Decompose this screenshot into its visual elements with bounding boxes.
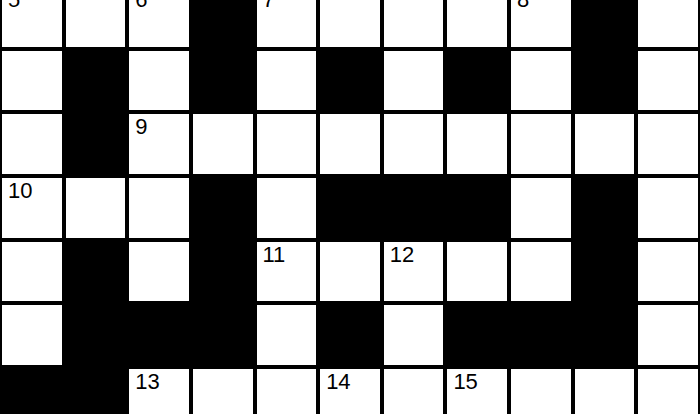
clue-number: 15: [453, 370, 477, 393]
cell-r2c10: [575, 51, 635, 111]
cell-r3c1[interactable]: [2, 114, 62, 174]
cell-r6c9: [511, 305, 571, 365]
cell-r3c7[interactable]: [384, 114, 444, 174]
cell-r4c1[interactable]: 10: [2, 178, 62, 238]
cell-r3c9[interactable]: [511, 114, 571, 174]
cell-r3c2: [66, 114, 126, 174]
cell-r4c10: [575, 178, 635, 238]
cell-r5c3[interactable]: [129, 242, 189, 302]
cell-r7c10[interactable]: [575, 369, 635, 414]
cell-r4c11[interactable]: [638, 178, 698, 238]
cell-r3c5[interactable]: [257, 114, 317, 174]
cell-r7c11[interactable]: [638, 369, 698, 414]
cell-r6c4: [193, 305, 253, 365]
cell-r3c11[interactable]: [638, 114, 698, 174]
cell-r1c5[interactable]: 7: [257, 0, 317, 47]
cell-r2c9[interactable]: [511, 51, 571, 111]
cell-r1c6[interactable]: [320, 0, 380, 47]
cell-r3c6[interactable]: [320, 114, 380, 174]
cell-r1c9[interactable]: 8: [511, 0, 571, 47]
cell-r4c3[interactable]: [129, 178, 189, 238]
clue-number: 10: [8, 179, 32, 202]
cell-r2c8: [447, 51, 507, 111]
cell-r3c4[interactable]: [193, 114, 253, 174]
clue-number: 8: [517, 0, 529, 11]
cell-r5c6[interactable]: [320, 242, 380, 302]
cell-r5c4: [193, 242, 253, 302]
cell-r5c5[interactable]: 11: [257, 242, 317, 302]
cell-r1c8[interactable]: [447, 0, 507, 47]
cell-r5c8[interactable]: [447, 242, 507, 302]
cell-r4c5[interactable]: [257, 178, 317, 238]
cell-r1c11[interactable]: [638, 0, 698, 47]
clue-number: 11: [263, 243, 286, 266]
cell-r6c10: [575, 305, 635, 365]
cell-r2c5[interactable]: [257, 51, 317, 111]
cell-r5c7[interactable]: 12: [384, 242, 444, 302]
clue-number: 9: [135, 115, 147, 138]
cell-r7c8[interactable]: 15: [447, 369, 507, 414]
cell-r6c8: [447, 305, 507, 365]
clue-number: 14: [326, 370, 350, 393]
cell-r2c2: [66, 51, 126, 111]
cell-r5c9[interactable]: [511, 242, 571, 302]
cell-r1c3[interactable]: 6: [129, 0, 189, 47]
cell-r6c1[interactable]: [2, 305, 62, 365]
cell-r2c1[interactable]: [2, 51, 62, 111]
cell-r6c7[interactable]: [384, 305, 444, 365]
cell-r2c4: [193, 51, 253, 111]
cell-r7c3[interactable]: 13: [129, 369, 189, 414]
cell-r1c10: [575, 0, 635, 47]
cell-r1c4: [193, 0, 253, 47]
cell-r2c7[interactable]: [384, 51, 444, 111]
clue-number: 6: [135, 0, 147, 11]
cell-r4c4: [193, 178, 253, 238]
cell-r5c1[interactable]: [2, 242, 62, 302]
cell-r2c3[interactable]: [129, 51, 189, 111]
cell-r7c5[interactable]: [257, 369, 317, 414]
cell-r5c10: [575, 242, 635, 302]
cell-r1c1[interactable]: 5: [2, 0, 62, 47]
cell-r4c8: [447, 178, 507, 238]
cell-r5c11[interactable]: [638, 242, 698, 302]
crossword-grid: 56789101112131415: [0, 0, 700, 414]
cell-r4c2[interactable]: [66, 178, 126, 238]
cell-r6c5[interactable]: [257, 305, 317, 365]
cell-r7c2: [66, 369, 126, 414]
clue-number: 7: [263, 0, 275, 11]
cell-r5c2: [66, 242, 126, 302]
cell-r7c1: [2, 369, 62, 414]
cell-r7c4[interactable]: [193, 369, 253, 414]
cell-r7c9[interactable]: [511, 369, 571, 414]
cell-r6c11[interactable]: [638, 305, 698, 365]
clue-number: 5: [8, 0, 20, 11]
cell-r1c2[interactable]: [66, 0, 126, 47]
clue-number: 12: [390, 243, 414, 266]
cell-r1c7[interactable]: [384, 0, 444, 47]
cell-r4c9[interactable]: [511, 178, 571, 238]
cell-r7c6[interactable]: 14: [320, 369, 380, 414]
cell-r4c7: [384, 178, 444, 238]
crossword-screenshot: 56789101112131415: [0, 0, 700, 414]
clue-number: 13: [135, 370, 159, 393]
cell-r3c3[interactable]: 9: [129, 114, 189, 174]
cell-r2c11[interactable]: [638, 51, 698, 111]
cell-r6c6: [320, 305, 380, 365]
cell-r6c2: [66, 305, 126, 365]
cell-r3c10[interactable]: [575, 114, 635, 174]
cell-r2c6: [320, 51, 380, 111]
cell-r4c6: [320, 178, 380, 238]
cell-r3c8[interactable]: [447, 114, 507, 174]
cell-r6c3: [129, 305, 189, 365]
cell-r7c7[interactable]: [384, 369, 444, 414]
